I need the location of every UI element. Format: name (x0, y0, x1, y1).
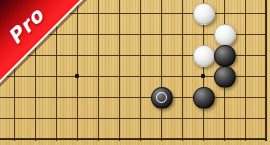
black-stone-Q3[interactable] (193, 87, 215, 109)
black-stone-O3[interactable] (151, 87, 173, 109)
white-stone-R6[interactable] (214, 24, 236, 46)
white-stone-Q7[interactable] (193, 3, 215, 25)
go-app-screenshot: Pro (0, 0, 270, 145)
black-stone-R5[interactable] (214, 45, 236, 67)
last-move-marker (156, 92, 167, 103)
black-stone-R4[interactable] (214, 66, 236, 88)
white-stone-Q5[interactable] (193, 45, 215, 67)
